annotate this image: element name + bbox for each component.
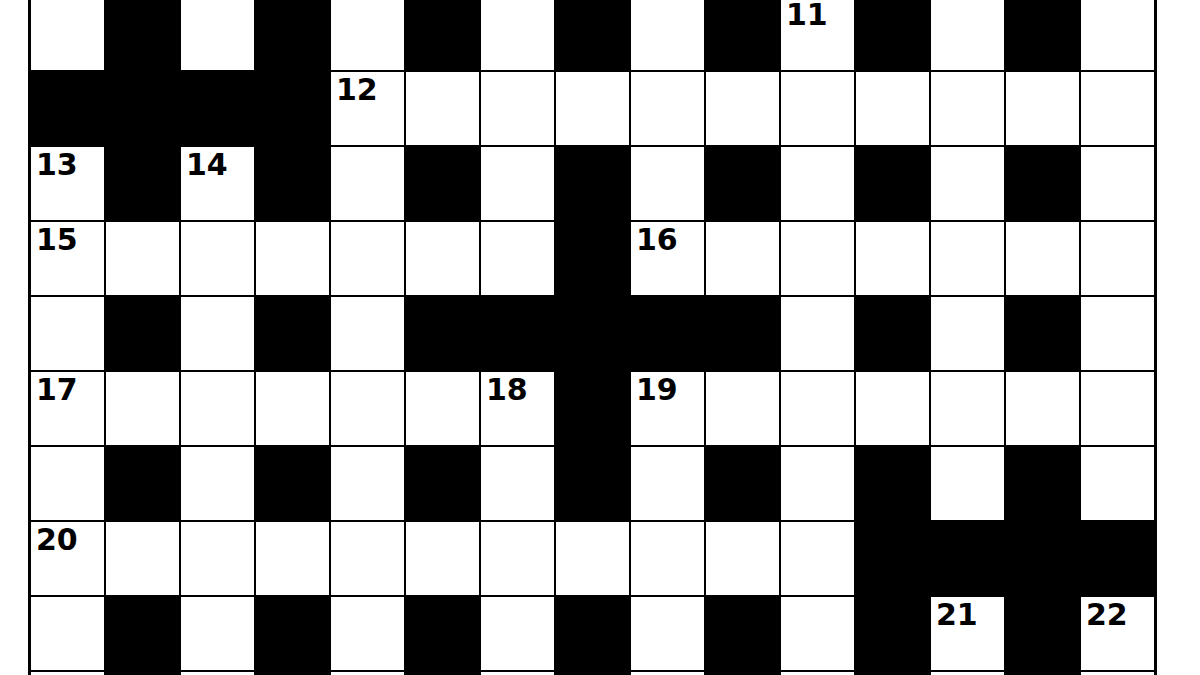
cell-r7c4 [256, 447, 329, 520]
cell-r1c10 [706, 0, 779, 70]
cell-r3c4 [256, 147, 329, 220]
cell-r3c13[interactable] [931, 147, 1004, 220]
cell-r5c1[interactable] [31, 297, 104, 370]
cell-r4c13[interactable] [931, 222, 1004, 295]
cell-r9c13[interactable]: 21 [931, 597, 1004, 670]
cell-r4c15[interactable] [1081, 222, 1154, 295]
clue-number: 11 [786, 0, 828, 33]
cell-r3c10 [706, 147, 779, 220]
cell-r8c13 [931, 522, 1004, 595]
cell-r5c4 [256, 297, 329, 370]
cell-r6c9[interactable]: 19 [631, 372, 704, 445]
cell-r4c3[interactable] [181, 222, 254, 295]
cell-r3c12 [856, 147, 929, 220]
cell-r8c12 [856, 522, 929, 595]
cell-r2c8[interactable] [556, 72, 629, 145]
cell-r9c6 [406, 597, 479, 670]
cell-r1c8 [556, 0, 629, 70]
cell-r6c3[interactable] [181, 372, 254, 445]
cell-r8c3[interactable] [181, 522, 254, 595]
clue-number: 22 [1086, 598, 1128, 633]
clue-number: 16 [636, 223, 678, 258]
cell-r1c5[interactable] [331, 0, 404, 70]
cell-r3c14 [1006, 147, 1079, 220]
cell-r2c14[interactable] [1006, 72, 1079, 145]
clue-number: 19 [636, 373, 678, 408]
cell-r3c7[interactable] [481, 147, 554, 220]
cell-r6c11[interactable] [781, 372, 854, 445]
cell-r1c9[interactable] [631, 0, 704, 70]
cell-r2c11[interactable] [781, 72, 854, 145]
cell-r6c5[interactable] [331, 372, 404, 445]
cell-r8c14 [1006, 522, 1079, 595]
clue-number: 21 [936, 598, 978, 633]
cell-r7c12 [856, 447, 929, 520]
cell-r6c15[interactable] [1081, 372, 1154, 445]
cell-r6c10[interactable] [706, 372, 779, 445]
cell-r7c8 [556, 447, 629, 520]
cell-r7c6 [406, 447, 479, 520]
clue-number: 17 [36, 373, 78, 408]
cell-r5c15[interactable] [1081, 297, 1154, 370]
cell-r3c15[interactable] [1081, 147, 1154, 220]
cell-r6c2[interactable] [106, 372, 179, 445]
cell-r8c9[interactable] [631, 522, 704, 595]
cell-r5c13[interactable] [931, 297, 1004, 370]
cell-r8c6[interactable] [406, 522, 479, 595]
cell-r7c7[interactable] [481, 447, 554, 520]
clue-number: 15 [36, 223, 78, 258]
cell-r5c8 [556, 297, 629, 370]
cell-r4c6[interactable] [406, 222, 479, 295]
cell-r1c6 [406, 0, 479, 70]
cell-r4c5[interactable] [331, 222, 404, 295]
cell-r8c7[interactable] [481, 522, 554, 595]
cell-r6c12[interactable] [856, 372, 929, 445]
cell-r9c15[interactable]: 22 [1081, 597, 1154, 670]
cell-r9c12 [856, 597, 929, 670]
cell-r5c2 [106, 297, 179, 370]
cell-r1c12 [856, 0, 929, 70]
cell-r5c7 [481, 297, 554, 370]
cell-r9c10 [706, 597, 779, 670]
cell-r1c14 [1006, 0, 1079, 70]
cell-r9c1[interactable] [31, 597, 104, 670]
cell-r9c14 [1006, 597, 1079, 670]
cell-r5c14 [1006, 297, 1079, 370]
cell-r1c4 [256, 0, 329, 70]
cell-r3c3[interactable]: 14 [181, 147, 254, 220]
cell-r2c10[interactable] [706, 72, 779, 145]
cell-r7c13[interactable] [931, 447, 1004, 520]
cell-r2c12[interactable] [856, 72, 929, 145]
cell-r9c11[interactable] [781, 597, 854, 670]
cell-r6c4[interactable] [256, 372, 329, 445]
cell-r4c12[interactable] [856, 222, 929, 295]
cell-r8c11[interactable] [781, 522, 854, 595]
cell-r1c11[interactable]: 11 [781, 0, 854, 70]
cell-r2c13[interactable] [931, 72, 1004, 145]
cell-r2c9[interactable] [631, 72, 704, 145]
cell-r4c1[interactable]: 15 [31, 222, 104, 295]
cell-r7c9[interactable] [631, 447, 704, 520]
cell-r7c15[interactable] [1081, 447, 1154, 520]
cell-r7c3[interactable] [181, 447, 254, 520]
cell-r2c4 [256, 72, 329, 145]
cell-r2c15[interactable] [1081, 72, 1154, 145]
cell-r5c11[interactable] [781, 297, 854, 370]
cell-r3c5[interactable] [331, 147, 404, 220]
cell-r6c8 [556, 372, 629, 445]
cell-r8c2[interactable] [106, 522, 179, 595]
clue-number: 20 [36, 523, 78, 558]
cell-r6c7[interactable]: 18 [481, 372, 554, 445]
cell-r9c5[interactable] [331, 597, 404, 670]
cell-r1c1[interactable] [31, 0, 104, 70]
cell-r4c10[interactable] [706, 222, 779, 295]
cell-r9c7[interactable] [481, 597, 554, 670]
cell-r9c4 [256, 597, 329, 670]
cell-r1c15[interactable] [1081, 0, 1154, 70]
clue-number: 14 [186, 148, 228, 183]
crossword-grid: 111213141516171819202122 [28, 0, 1157, 675]
cell-r1c2 [106, 0, 179, 70]
cell-r7c11[interactable] [781, 447, 854, 520]
cell-r8c10[interactable] [706, 522, 779, 595]
cell-r5c5[interactable] [331, 297, 404, 370]
cell-r8c15 [1081, 522, 1154, 595]
cell-r7c5[interactable] [331, 447, 404, 520]
cell-r7c14 [1006, 447, 1079, 520]
cell-r9c9[interactable] [631, 597, 704, 670]
cell-r2c2 [106, 72, 179, 145]
clue-number: 12 [336, 73, 378, 108]
cell-r9c3[interactable] [181, 597, 254, 670]
cell-r6c14[interactable] [1006, 372, 1079, 445]
cell-r6c13[interactable] [931, 372, 1004, 445]
cell-r4c2[interactable] [106, 222, 179, 295]
cell-r7c10 [706, 447, 779, 520]
cell-r1c3[interactable] [181, 0, 254, 70]
cell-r2c5[interactable]: 12 [331, 72, 404, 145]
cell-r5c9 [631, 297, 704, 370]
cell-r1c7[interactable] [481, 0, 554, 70]
cell-r2c1 [31, 72, 104, 145]
cell-r5c12 [856, 297, 929, 370]
cell-r4c7[interactable] [481, 222, 554, 295]
cell-r3c9[interactable] [631, 147, 704, 220]
cell-r8c1[interactable]: 20 [31, 522, 104, 595]
cell-r5c3[interactable] [181, 297, 254, 370]
cell-r3c8 [556, 147, 629, 220]
cell-r4c8 [556, 222, 629, 295]
cell-r2c3 [181, 72, 254, 145]
cell-r7c2 [106, 447, 179, 520]
cell-r3c2 [106, 147, 179, 220]
clue-number: 18 [486, 373, 528, 408]
cell-r8c5[interactable] [331, 522, 404, 595]
cell-r9c8 [556, 597, 629, 670]
cell-r3c6 [406, 147, 479, 220]
cell-r3c1[interactable]: 13 [31, 147, 104, 220]
cell-r4c14[interactable] [1006, 222, 1079, 295]
cell-r8c4[interactable] [256, 522, 329, 595]
cell-r5c6 [406, 297, 479, 370]
cell-r8c8[interactable] [556, 522, 629, 595]
cell-r5c10 [706, 297, 779, 370]
cell-r9c2 [106, 597, 179, 670]
cell-r4c11[interactable] [781, 222, 854, 295]
cell-r1c13[interactable] [931, 0, 1004, 70]
cell-r2c6[interactable] [406, 72, 479, 145]
cell-r4c4[interactable] [256, 222, 329, 295]
cell-r6c1[interactable]: 17 [31, 372, 104, 445]
cell-r3c11[interactable] [781, 147, 854, 220]
cell-r4c9[interactable]: 16 [631, 222, 704, 295]
cell-r2c7[interactable] [481, 72, 554, 145]
cell-r7c1[interactable] [31, 447, 104, 520]
clue-number: 13 [36, 148, 78, 183]
cell-r6c6[interactable] [406, 372, 479, 445]
